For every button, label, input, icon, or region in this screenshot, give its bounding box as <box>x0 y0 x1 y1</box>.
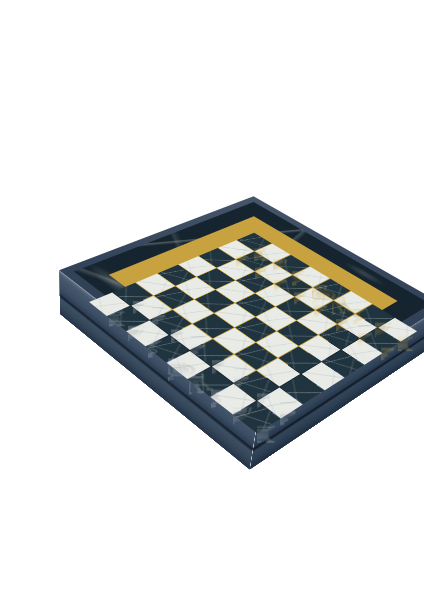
chess-case: ♜♜♞♞♝♝♚♚♛♛♝♝♞♞♜♜♟♟♟♟♟♟♟♟♟♟♟♟♟♟♟♟♟♟♟♟♟♟♟♟… <box>59 196 424 423</box>
gold-pawn-glyph: ♟ <box>360 298 401 343</box>
silver-rook-glyph: ♜ <box>230 359 285 421</box>
square-a1: ♜♜ <box>234 401 280 433</box>
gold-pinstripe-frame: ♜♜♞♞♝♝♚♚♛♛♝♝♞♞♜♜♟♟♟♟♟♟♟♟♟♟♟♟♟♟♟♟♟♟♟♟♟♟♟♟… <box>109 216 398 383</box>
chess-board: ♜♜♞♞♝♝♚♚♛♛♝♝♞♞♜♜♟♟♟♟♟♟♟♟♟♟♟♟♟♟♟♟♟♟♟♟♟♟♟♟… <box>146 233 362 357</box>
square-e6 <box>256 284 294 306</box>
chess-set-photo: ♜♜♞♞♝♝♚♚♛♛♝♝♞♞♜♜♟♟♟♟♟♟♟♟♟♟♟♟♟♟♟♟♟♟♟♟♟♟♟♟… <box>40 16 424 600</box>
square-a7: ♟♟ <box>360 328 400 353</box>
case-top-rim: ♜♜♞♞♝♝♚♚♛♛♝♝♞♞♜♜♟♟♟♟♟♟♟♟♟♟♟♟♟♟♟♟♟♟♟♟♟♟♟♟… <box>59 196 424 423</box>
